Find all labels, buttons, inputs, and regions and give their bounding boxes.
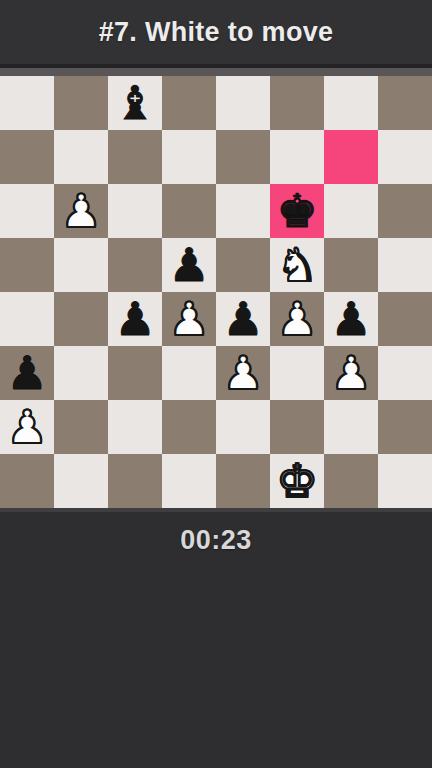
white-pawn[interactable]: ♟ xyxy=(222,346,263,400)
square-c4[interactable]: ♟ xyxy=(108,292,162,346)
square-a8[interactable] xyxy=(0,76,54,130)
square-d8[interactable] xyxy=(162,76,216,130)
square-c7[interactable] xyxy=(108,130,162,184)
square-h5[interactable] xyxy=(378,238,432,292)
square-d4[interactable]: ♟ xyxy=(162,292,216,346)
square-f6[interactable]: ♚ xyxy=(270,184,324,238)
square-a3[interactable]: ♟ xyxy=(0,346,54,400)
chess-puzzle-app: #7. White to move ♝♟♚♟♞♟♟♟♟♟♟♟♟♟♚ 00:23 xyxy=(0,0,432,768)
square-h4[interactable] xyxy=(378,292,432,346)
title-bar: #7. White to move xyxy=(0,0,432,64)
square-b7[interactable] xyxy=(54,130,108,184)
square-g4[interactable]: ♟ xyxy=(324,292,378,346)
square-h3[interactable] xyxy=(378,346,432,400)
square-c3[interactable] xyxy=(108,346,162,400)
square-d6[interactable] xyxy=(162,184,216,238)
square-d1[interactable] xyxy=(162,454,216,508)
square-f1[interactable]: ♚ xyxy=(270,454,324,508)
black-pawn[interactable]: ♟ xyxy=(114,292,155,346)
square-b1[interactable] xyxy=(54,454,108,508)
square-b6[interactable]: ♟ xyxy=(54,184,108,238)
timer-section: 00:23 xyxy=(0,512,432,768)
square-c2[interactable] xyxy=(108,400,162,454)
square-h2[interactable] xyxy=(378,400,432,454)
square-d7[interactable] xyxy=(162,130,216,184)
square-d3[interactable] xyxy=(162,346,216,400)
square-d5[interactable]: ♟ xyxy=(162,238,216,292)
square-f7[interactable] xyxy=(270,130,324,184)
square-b2[interactable] xyxy=(54,400,108,454)
square-h1[interactable] xyxy=(378,454,432,508)
black-pawn[interactable]: ♟ xyxy=(6,346,47,400)
square-e2[interactable] xyxy=(216,400,270,454)
square-a7[interactable] xyxy=(0,130,54,184)
square-e8[interactable] xyxy=(216,76,270,130)
square-a6[interactable] xyxy=(0,184,54,238)
square-a5[interactable] xyxy=(0,238,54,292)
black-pawn[interactable]: ♟ xyxy=(222,292,263,346)
square-c6[interactable] xyxy=(108,184,162,238)
square-c1[interactable] xyxy=(108,454,162,508)
square-f2[interactable] xyxy=(270,400,324,454)
white-pawn[interactable]: ♟ xyxy=(60,184,101,238)
square-a2[interactable]: ♟ xyxy=(0,400,54,454)
black-king[interactable]: ♚ xyxy=(276,184,317,238)
square-b8[interactable] xyxy=(54,76,108,130)
white-pawn[interactable]: ♟ xyxy=(276,292,317,346)
square-e4[interactable]: ♟ xyxy=(216,292,270,346)
chess-board: ♝♟♚♟♞♟♟♟♟♟♟♟♟♟♚ xyxy=(0,76,432,508)
square-f4[interactable]: ♟ xyxy=(270,292,324,346)
black-pawn[interactable]: ♟ xyxy=(330,292,371,346)
square-g5[interactable] xyxy=(324,238,378,292)
square-g8[interactable] xyxy=(324,76,378,130)
white-pawn[interactable]: ♟ xyxy=(330,346,371,400)
white-king[interactable]: ♚ xyxy=(276,454,317,508)
square-a1[interactable] xyxy=(0,454,54,508)
board-top-edge xyxy=(0,68,432,76)
square-g6[interactable] xyxy=(324,184,378,238)
square-a4[interactable] xyxy=(0,292,54,346)
square-g3[interactable]: ♟ xyxy=(324,346,378,400)
square-b3[interactable] xyxy=(54,346,108,400)
white-pawn[interactable]: ♟ xyxy=(168,292,209,346)
square-g7[interactable] xyxy=(324,130,378,184)
square-e7[interactable] xyxy=(216,130,270,184)
square-f3[interactable] xyxy=(270,346,324,400)
black-bishop[interactable]: ♝ xyxy=(114,76,155,130)
square-g1[interactable] xyxy=(324,454,378,508)
square-c5[interactable] xyxy=(108,238,162,292)
white-pawn[interactable]: ♟ xyxy=(6,400,47,454)
black-pawn[interactable]: ♟ xyxy=(168,238,209,292)
timer-value: 00:23 xyxy=(180,525,252,556)
square-e6[interactable] xyxy=(216,184,270,238)
square-h7[interactable] xyxy=(378,130,432,184)
square-e1[interactable] xyxy=(216,454,270,508)
square-f5[interactable]: ♞ xyxy=(270,238,324,292)
square-f8[interactable] xyxy=(270,76,324,130)
square-h6[interactable] xyxy=(378,184,432,238)
square-c8[interactable]: ♝ xyxy=(108,76,162,130)
white-knight[interactable]: ♞ xyxy=(276,238,317,292)
square-e5[interactable] xyxy=(216,238,270,292)
square-b5[interactable] xyxy=(54,238,108,292)
page-title: #7. White to move xyxy=(99,17,334,48)
square-h8[interactable] xyxy=(378,76,432,130)
square-g2[interactable] xyxy=(324,400,378,454)
square-b4[interactable] xyxy=(54,292,108,346)
square-d2[interactable] xyxy=(162,400,216,454)
square-e3[interactable]: ♟ xyxy=(216,346,270,400)
